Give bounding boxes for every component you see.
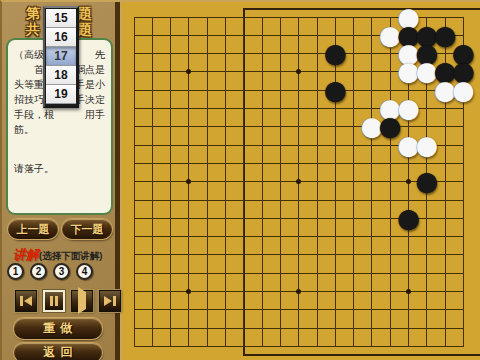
description-fragment-left: 筋。 [14,122,34,137]
explain-label: 讲解 [13,247,39,262]
description-fragment-right: 手是小 [75,77,105,92]
grid-line-vertical [353,17,354,347]
grid-line-vertical [134,17,135,347]
variation-button-4[interactable]: 4 [76,263,93,280]
grid-line-horizontal [134,236,464,237]
skip-back-button[interactable] [15,290,37,312]
skip-forward-icon [104,296,116,306]
dropdown-item-15[interactable]: 15 [46,9,76,28]
move-prompt: 请落子。 [14,161,105,176]
grid-line-vertical [280,17,281,347]
dropdown-item-19[interactable]: 19 [46,85,76,104]
skip-forward-button[interactable] [99,290,121,312]
grid-line-horizontal [134,309,464,310]
black-stone: ● [326,44,345,63]
white-stone: ● [454,81,473,100]
description-fragment-left: 手段，根 [14,107,54,122]
return-button[interactable]: 返回 [14,343,102,360]
dropdown-item-18[interactable]: 18 [46,66,76,85]
black-stone: ● [326,81,345,100]
grid-line-horizontal [134,273,464,274]
grid-line-horizontal [134,163,464,164]
black-stone: ● [399,209,418,228]
play-button[interactable] [71,290,93,312]
label-problem-total: 共 [26,21,40,39]
play-icon [78,292,86,310]
grid-line-vertical [262,17,263,347]
grid-line-vertical [207,17,208,347]
redo-button[interactable]: 重做 [14,318,102,339]
grid-line-horizontal [134,90,464,91]
go-app-window: ●●●●●●●●●●●●●●●●●●●●●●●● 第 題 共 題 （高级）先 首… [0,0,480,360]
variation-button-1[interactable]: 1 [7,263,24,280]
description-fragment-right: 用手 [85,107,105,122]
black-stone: ● [417,172,436,191]
description-fragment-right: 手决定 [75,92,105,107]
pause-button[interactable] [43,290,65,312]
variation-button-2[interactable]: 2 [30,263,47,280]
grid-line-horizontal [134,254,464,255]
description-fragment-right: 先 [95,47,105,62]
problem-number-dropdown[interactable]: 1516171819 [43,6,79,108]
variation-button-3[interactable]: 3 [53,263,70,280]
grid-line-horizontal [134,346,464,347]
next-problem-button[interactable]: 下一題 [62,219,112,239]
grid-line-horizontal [134,200,464,201]
description-line: 筋。 [14,122,105,137]
dropdown-item-16[interactable]: 16 [46,28,76,47]
previous-problem-button[interactable]: 上一題 [8,219,58,239]
description-fragment-right: 弱点是 [75,62,105,77]
grid-line-vertical [317,17,318,347]
grid-line-vertical [152,17,153,347]
explain-hint: (选择下面讲解) [39,250,102,261]
description-line: 手段，根用手 [14,107,105,122]
explain-row: 讲解(选择下面讲解) [13,245,102,264]
grid-line-vertical [371,17,372,347]
grid-line-horizontal [134,126,464,127]
grid-line-vertical [390,17,391,347]
grid-line-vertical [243,17,244,347]
dropdown-item-17[interactable]: 17 [46,47,76,66]
grid-line-vertical [225,17,226,347]
skip-back-icon [20,296,32,306]
pause-icon [50,296,58,306]
sidebar: 第 題 共 題 （高级）先 首先弱点是头等重要手是小招技巧，手决定手段，根用手筋… [2,2,115,360]
label-problem-total-suffix: 題 [78,21,92,39]
grid-line-horizontal [134,328,464,329]
grid-line-vertical [170,17,171,347]
star-point [406,289,411,294]
white-stone: ● [417,136,436,155]
